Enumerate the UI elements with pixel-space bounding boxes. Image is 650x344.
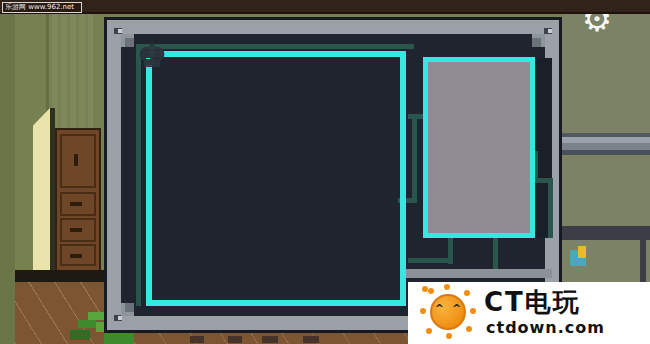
drawer-handle <box>70 228 82 232</box>
game-scene: ♚♚♚♚♚♚ ⚙ 乐游网 www.962.net ^ ^ CT电玩 ctdown… <box>0 0 650 344</box>
corner-step <box>121 303 134 316</box>
maze-line <box>136 44 414 49</box>
sun-logo-icon: ^ ^ <box>422 286 474 338</box>
floor-mark <box>303 336 319 343</box>
wall-detail <box>578 246 586 258</box>
corner-step <box>532 34 545 47</box>
side-screen[interactable] <box>423 57 535 238</box>
wall-pipe <box>562 133 650 155</box>
chess-board[interactable]: ♚♚♚♚♚♚ <box>152 57 400 300</box>
cabinet-drawer[interactable] <box>60 192 96 216</box>
site-label: 乐游网 www.962.net <box>2 2 82 13</box>
cabinet[interactable] <box>55 128 101 272</box>
drawer-handle <box>70 202 82 206</box>
plant-leaf <box>78 320 96 328</box>
black-king[interactable]: ♚ <box>137 38 167 72</box>
cabinet-door-handle <box>74 154 78 166</box>
watermark-title: CT电玩 <box>484 284 648 318</box>
floor-mark <box>262 336 278 343</box>
floor-mark <box>228 336 242 343</box>
sun-face-icon: ^ ^ <box>434 302 464 316</box>
watermark: ^ ^ CT电玩 ctdown.com <box>408 282 650 344</box>
rivet <box>544 28 552 34</box>
top-strip <box>0 0 650 14</box>
open-door[interactable] <box>33 108 50 282</box>
corner-step <box>121 34 134 47</box>
maze-line <box>548 183 553 238</box>
cabinet-drawer[interactable] <box>60 218 96 242</box>
cabinet-drawer[interactable] <box>60 244 96 266</box>
maze-line <box>136 46 141 306</box>
maze-line <box>412 119 417 203</box>
sun-rays-icon <box>422 286 428 292</box>
left-wall-corner <box>0 14 15 344</box>
floor-mark <box>190 336 204 343</box>
wall-dark-band <box>562 226 650 240</box>
watermark-domain: ctdown.com <box>486 318 646 338</box>
panel-slot <box>400 269 552 278</box>
cabinet-door[interactable] <box>60 134 96 188</box>
baseboard-shadow <box>15 270 108 282</box>
plant-leaf <box>104 332 134 344</box>
plant-leaf <box>70 330 90 340</box>
maze-line <box>493 238 498 270</box>
board-frame: ♚♚♚♚♚♚ <box>146 51 406 306</box>
drawer-handle <box>70 254 82 258</box>
maze-line <box>408 258 453 263</box>
